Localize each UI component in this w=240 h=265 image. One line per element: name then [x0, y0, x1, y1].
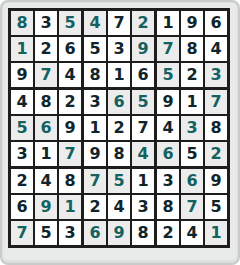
cell-r9c6-solved[interactable]: 8 [132, 221, 154, 245]
cell-r6c4-solved[interactable]: 9 [84, 142, 106, 166]
cell-r3c4-solved[interactable]: 8 [84, 63, 106, 87]
cell-r5c9-solved[interactable]: 8 [205, 116, 227, 140]
box-6: 917438652 [157, 90, 227, 166]
cell-r2c7-given[interactable]: 7 [157, 37, 179, 61]
cell-r7c4-given[interactable]: 7 [84, 169, 106, 193]
cell-r5c2-given[interactable]: 6 [35, 116, 57, 140]
box-9: 369875241 [157, 169, 227, 245]
cell-r8c7-solved[interactable]: 8 [157, 195, 179, 219]
cell-r2c8-solved[interactable]: 8 [181, 37, 203, 61]
cell-r6c2-solved[interactable]: 1 [35, 142, 57, 166]
cell-r9c7-solved[interactable]: 2 [157, 221, 179, 245]
cell-r4c1-solved[interactable]: 4 [11, 90, 33, 114]
cell-r7c7-solved[interactable]: 3 [157, 169, 179, 193]
cell-r8c9-solved[interactable]: 5 [205, 195, 227, 219]
box-2: 472539816 [84, 11, 154, 87]
cell-r2c2-solved[interactable]: 2 [35, 37, 57, 61]
cell-r1c9-solved[interactable]: 6 [205, 11, 227, 35]
cell-r8c3-given[interactable]: 1 [59, 195, 81, 219]
box-5: 365127984 [84, 90, 154, 166]
cell-r7c5-given[interactable]: 5 [108, 169, 130, 193]
cell-r8c1-solved[interactable]: 6 [11, 195, 33, 219]
sudoku-board: 8351269744725398161967845234825693173651… [8, 8, 230, 248]
cell-r3c3-solved[interactable]: 4 [59, 63, 81, 87]
cell-r4c5-given[interactable]: 6 [108, 90, 130, 114]
cell-r7c8-given[interactable]: 6 [181, 169, 203, 193]
cell-r9c4-given[interactable]: 6 [84, 221, 106, 245]
cell-r4c9-given[interactable]: 7 [205, 90, 227, 114]
cell-r3c9-given[interactable]: 3 [205, 63, 227, 87]
cell-r3c1-solved[interactable]: 9 [11, 63, 33, 87]
cell-r4c2-solved[interactable]: 8 [35, 90, 57, 114]
cell-r1c3-given[interactable]: 5 [59, 11, 81, 35]
cell-r5c7-solved[interactable]: 4 [157, 116, 179, 140]
cell-r2c5-solved[interactable]: 3 [108, 37, 130, 61]
cell-r7c6-solved[interactable]: 1 [132, 169, 154, 193]
cell-r6c8-solved[interactable]: 5 [181, 142, 203, 166]
cell-r3c8-solved[interactable]: 2 [181, 63, 203, 87]
box-3: 196784523 [157, 11, 227, 87]
cell-r1c1-given[interactable]: 8 [11, 11, 33, 35]
cell-r1c5-solved[interactable]: 7 [108, 11, 130, 35]
cell-r5c4-solved[interactable]: 1 [84, 116, 106, 140]
cell-r3c6-solved[interactable]: 6 [132, 63, 154, 87]
cell-r8c6-solved[interactable]: 3 [132, 195, 154, 219]
cell-r8c5-solved[interactable]: 4 [108, 195, 130, 219]
cell-r2c6-given[interactable]: 9 [132, 37, 154, 61]
cell-r4c3-solved[interactable]: 2 [59, 90, 81, 114]
cell-r9c8-solved[interactable]: 4 [181, 221, 203, 245]
box-8: 751243698 [84, 169, 154, 245]
cell-r4c4-solved[interactable]: 3 [84, 90, 106, 114]
cell-r1c7-solved[interactable]: 1 [157, 11, 179, 35]
cell-r6c5-solved[interactable]: 8 [108, 142, 130, 166]
cell-r9c3-solved[interactable]: 3 [59, 221, 81, 245]
cell-r8c2-given[interactable]: 9 [35, 195, 57, 219]
cell-r9c1-given[interactable]: 7 [11, 221, 33, 245]
cell-r3c2-given[interactable]: 7 [35, 63, 57, 87]
cell-r8c8-given[interactable]: 7 [181, 195, 203, 219]
cell-r4c8-solved[interactable]: 1 [181, 90, 203, 114]
cell-r9c2-solved[interactable]: 5 [35, 221, 57, 245]
cell-r6c6-given[interactable]: 4 [132, 142, 154, 166]
cell-r7c1-solved[interactable]: 2 [11, 169, 33, 193]
cell-r9c9-given[interactable]: 1 [205, 221, 227, 245]
cell-r2c3-solved[interactable]: 6 [59, 37, 81, 61]
cell-r5c6-solved[interactable]: 7 [132, 116, 154, 140]
cell-r7c9-solved[interactable]: 9 [205, 169, 227, 193]
cell-r1c8-solved[interactable]: 9 [181, 11, 203, 35]
box-4: 482569317 [11, 90, 81, 166]
cell-r9c5-given[interactable]: 9 [108, 221, 130, 245]
cell-r7c2-solved[interactable]: 4 [35, 169, 57, 193]
cell-r2c1-given[interactable]: 1 [11, 37, 33, 61]
cell-r6c3-given[interactable]: 7 [59, 142, 81, 166]
box-7: 248691753 [11, 169, 81, 245]
cell-r2c9-solved[interactable]: 4 [205, 37, 227, 61]
cell-r5c3-solved[interactable]: 9 [59, 116, 81, 140]
cell-r3c7-given[interactable]: 5 [157, 63, 179, 87]
cell-r5c1-given[interactable]: 5 [11, 116, 33, 140]
cell-r4c6-given[interactable]: 5 [132, 90, 154, 114]
sudoku-card: 8351269744725398161967845234825693173651… [0, 0, 240, 265]
cell-r5c5-solved[interactable]: 2 [108, 116, 130, 140]
cell-r7c3-solved[interactable]: 8 [59, 169, 81, 193]
cell-r5c8-given[interactable]: 3 [181, 116, 203, 140]
box-1: 835126974 [11, 11, 81, 87]
cell-r3c5-solved[interactable]: 1 [108, 63, 130, 87]
cell-r1c4-given[interactable]: 4 [84, 11, 106, 35]
cell-r6c9-given[interactable]: 2 [205, 142, 227, 166]
cell-r6c7-given[interactable]: 6 [157, 142, 179, 166]
cell-r8c4-solved[interactable]: 2 [84, 195, 106, 219]
cell-r1c6-given[interactable]: 2 [132, 11, 154, 35]
cell-r2c4-solved[interactable]: 5 [84, 37, 106, 61]
cell-r1c2-solved[interactable]: 3 [35, 11, 57, 35]
cell-r6c1-solved[interactable]: 3 [11, 142, 33, 166]
cell-r4c7-solved[interactable]: 9 [157, 90, 179, 114]
